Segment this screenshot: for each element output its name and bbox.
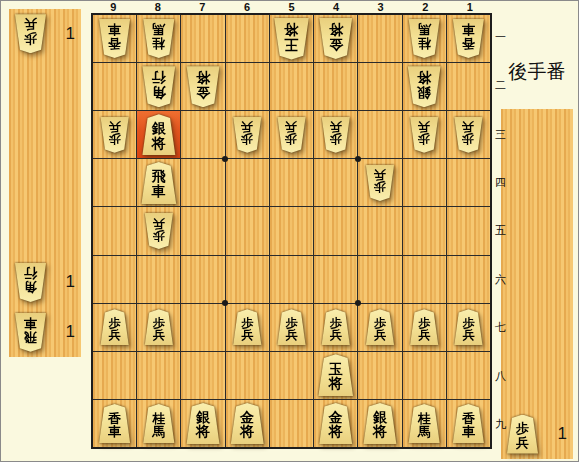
piece-kanji: 歩兵 xyxy=(330,317,342,342)
gote-pawn-piece[interactable]: 歩兵 xyxy=(365,165,395,201)
square-69[interactable]: 金将 xyxy=(226,400,269,447)
sente-pawn-piece[interactable]: 歩兵 xyxy=(144,309,174,345)
piece-kanji: 香車 xyxy=(462,412,475,439)
sente-pawn-piece[interactable]: 歩兵 xyxy=(409,309,439,345)
sente-pawn-piece[interactable]: 歩兵 xyxy=(453,309,483,345)
gote-king-piece[interactable]: 王将 xyxy=(273,18,310,60)
sente-silver-piece[interactable]: 銀将 xyxy=(141,114,176,155)
piece-kanji: 歩兵 xyxy=(418,317,430,342)
gote-pawn-piece[interactable]: 歩兵 xyxy=(409,117,439,153)
square-55[interactable] xyxy=(270,207,313,254)
square-67[interactable]: 歩兵 xyxy=(226,304,269,351)
rank-label-7: 七 xyxy=(493,304,508,352)
rank-labels: 一二三四五六七八九 xyxy=(493,13,508,449)
square-32[interactable] xyxy=(358,63,401,110)
square-25[interactable] xyxy=(403,207,446,254)
gote-rook-piece[interactable]: 飛車 xyxy=(14,313,47,352)
hand-slot xyxy=(501,109,573,159)
square-81[interactable]: 桂馬 xyxy=(137,15,180,62)
sente-lance-piece[interactable]: 香車 xyxy=(98,404,131,443)
square-75[interactable] xyxy=(181,207,224,254)
square-82[interactable]: 角行 xyxy=(137,63,180,110)
star-point xyxy=(222,300,228,306)
rank-label-9: 九 xyxy=(493,401,508,449)
piece-kanji: 銀将 xyxy=(196,411,210,440)
rank-label-5: 五 xyxy=(493,207,508,255)
gote-hand-tray: 歩兵1角行1飛車1 xyxy=(9,9,81,357)
star-point xyxy=(355,156,361,162)
piece-kanji: 歩兵 xyxy=(374,168,386,193)
square-49[interactable]: 金将 xyxy=(314,400,357,447)
square-64[interactable] xyxy=(226,159,269,206)
piece-kanji: 歩兵 xyxy=(516,422,529,449)
sente-lance-piece[interactable]: 香車 xyxy=(452,404,485,443)
sente-gold-piece[interactable]: 金将 xyxy=(230,403,265,444)
piece-kanji: 歩兵 xyxy=(462,317,474,342)
sente-pawn-piece[interactable]: 歩兵 xyxy=(232,309,262,345)
square-11[interactable]: 香車 xyxy=(447,15,490,62)
piece-kanji: 銀将 xyxy=(417,70,431,99)
square-97[interactable]: 歩兵 xyxy=(93,304,136,351)
square-65[interactable] xyxy=(226,207,269,254)
sente-pawn-piece[interactable]: 歩兵 xyxy=(276,309,306,345)
square-45[interactable] xyxy=(314,207,357,254)
square-87[interactable]: 歩兵 xyxy=(137,304,180,351)
square-47[interactable]: 歩兵 xyxy=(314,304,357,351)
square-92[interactable] xyxy=(93,63,136,110)
piece-kanji: 玉将 xyxy=(329,363,343,392)
square-37[interactable]: 歩兵 xyxy=(358,304,401,351)
piece-kanji: 歩兵 xyxy=(24,18,37,45)
gote-pawn-piece[interactable]: 歩兵 xyxy=(453,117,483,153)
square-89[interactable]: 桂馬 xyxy=(137,400,180,447)
sente-pawn-piece[interactable]: 歩兵 xyxy=(321,309,351,345)
square-35[interactable] xyxy=(358,207,401,254)
board-grid: 香車桂馬王将金将桂馬香車角行金将銀将歩兵銀将歩兵歩兵歩兵歩兵歩兵飛車歩兵歩兵歩兵… xyxy=(91,13,492,449)
gote-silver-piece[interactable]: 銀将 xyxy=(407,66,442,107)
gote-gold-piece[interactable]: 金将 xyxy=(318,18,353,59)
square-19[interactable]: 香車 xyxy=(447,400,490,447)
sente-knight-piece[interactable]: 桂馬 xyxy=(408,404,441,443)
square-16[interactable] xyxy=(447,256,490,303)
square-94[interactable] xyxy=(93,159,136,206)
square-58[interactable] xyxy=(270,352,313,399)
square-56[interactable] xyxy=(270,256,313,303)
hand-slot xyxy=(501,309,573,359)
square-85[interactable]: 歩兵 xyxy=(137,207,180,254)
square-39[interactable]: 銀将 xyxy=(358,400,401,447)
hand-slot: 歩兵1 xyxy=(9,9,81,59)
square-53[interactable]: 歩兵 xyxy=(270,111,313,158)
rank-label-1: 一 xyxy=(493,13,508,61)
piece-kanji: 金将 xyxy=(329,411,343,440)
file-label-5: 5 xyxy=(269,1,314,13)
square-34[interactable]: 歩兵 xyxy=(358,159,401,206)
file-label-6: 6 xyxy=(225,1,270,13)
piece-kanji: 香車 xyxy=(108,412,121,439)
file-label-7: 7 xyxy=(180,1,225,13)
square-24[interactable] xyxy=(403,159,446,206)
square-17[interactable]: 歩兵 xyxy=(447,304,490,351)
gote-pawn-piece[interactable]: 歩兵 xyxy=(232,117,262,153)
hand-slot xyxy=(9,208,81,258)
square-66[interactable] xyxy=(226,256,269,303)
board: 香車桂馬王将金将桂馬香車角行金将銀将歩兵銀将歩兵歩兵歩兵歩兵歩兵飛車歩兵歩兵歩兵… xyxy=(91,13,492,449)
file-label-2: 2 xyxy=(403,1,448,13)
hand-slot xyxy=(9,59,81,109)
square-18[interactable] xyxy=(447,352,490,399)
square-88[interactable] xyxy=(137,352,180,399)
square-44[interactable] xyxy=(314,159,357,206)
square-14[interactable] xyxy=(447,159,490,206)
piece-kanji: 桂馬 xyxy=(152,23,165,50)
square-79[interactable]: 銀将 xyxy=(181,400,224,447)
square-36[interactable] xyxy=(358,256,401,303)
rank-label-2: 二 xyxy=(493,61,508,109)
piece-kanji: 歩兵 xyxy=(462,120,474,145)
rank-label-3: 三 xyxy=(493,110,508,158)
piece-kanji: 歩兵 xyxy=(330,120,342,145)
square-86[interactable] xyxy=(137,256,180,303)
square-91[interactable]: 香車 xyxy=(93,15,136,62)
piece-kanji: 銀将 xyxy=(373,411,387,440)
square-42[interactable] xyxy=(314,63,357,110)
square-46[interactable] xyxy=(314,256,357,303)
piece-kanji: 歩兵 xyxy=(241,317,253,342)
hand-slot xyxy=(501,259,573,309)
square-27[interactable]: 歩兵 xyxy=(403,304,446,351)
hand-count: 1 xyxy=(66,24,75,44)
gote-gold-piece[interactable]: 金将 xyxy=(186,66,221,107)
sente-knight-piece[interactable]: 桂馬 xyxy=(142,404,175,443)
hand-slot xyxy=(9,158,81,208)
hand-slot: 歩兵1 xyxy=(501,409,573,459)
gote-pawn-piece[interactable]: 歩兵 xyxy=(100,117,130,153)
gote-lance-piece[interactable]: 香車 xyxy=(452,19,485,58)
gote-pawn-piece[interactable]: 歩兵 xyxy=(276,117,306,153)
hand-slot xyxy=(501,359,573,409)
piece-kanji: 香車 xyxy=(462,23,475,50)
hand-slot: 飛車1 xyxy=(9,307,81,357)
hand-count: 1 xyxy=(66,322,75,342)
piece-kanji: 歩兵 xyxy=(109,317,121,342)
piece-kanji: 歩兵 xyxy=(374,317,386,342)
file-label-8: 8 xyxy=(136,1,181,13)
square-33[interactable] xyxy=(358,111,401,158)
square-77[interactable] xyxy=(181,304,224,351)
rank-label-4: 四 xyxy=(493,158,508,206)
square-15[interactable] xyxy=(447,207,490,254)
file-labels: 987654321 xyxy=(91,1,492,13)
square-22[interactable]: 銀将 xyxy=(403,63,446,110)
star-point xyxy=(355,300,361,306)
file-label-1: 1 xyxy=(448,1,493,13)
square-38[interactable] xyxy=(358,352,401,399)
square-73[interactable] xyxy=(181,111,224,158)
gote-knight-piece[interactable]: 桂馬 xyxy=(142,19,175,58)
piece-kanji: 金将 xyxy=(240,411,254,440)
hand-slot xyxy=(501,209,573,259)
square-61[interactable] xyxy=(226,15,269,62)
hand-count: 1 xyxy=(66,272,75,292)
square-95[interactable] xyxy=(93,207,136,254)
piece-kanji: 王将 xyxy=(284,22,298,51)
square-63[interactable]: 歩兵 xyxy=(226,111,269,158)
square-13[interactable]: 歩兵 xyxy=(447,111,490,158)
gote-bishop-piece[interactable]: 角行 xyxy=(141,66,176,107)
file-label-4: 4 xyxy=(314,1,359,13)
piece-kanji: 飛車 xyxy=(24,317,37,344)
hand-slot xyxy=(9,108,81,158)
square-99[interactable]: 香車 xyxy=(93,400,136,447)
square-62[interactable] xyxy=(226,63,269,110)
piece-kanji: 金将 xyxy=(196,70,210,99)
square-74[interactable] xyxy=(181,159,224,206)
turn-indicator: 後手番 xyxy=(497,59,577,85)
piece-kanji: 桂馬 xyxy=(418,23,431,50)
rank-label-6: 六 xyxy=(493,255,508,303)
piece-kanji: 桂馬 xyxy=(152,412,165,439)
gote-bishop-piece[interactable]: 角行 xyxy=(14,263,47,302)
sente-pawn-piece[interactable]: 歩兵 xyxy=(365,309,395,345)
piece-kanji: 歩兵 xyxy=(153,317,165,342)
square-59[interactable] xyxy=(270,400,313,447)
square-54[interactable] xyxy=(270,159,313,206)
piece-kanji: 桂馬 xyxy=(418,412,431,439)
square-23[interactable]: 歩兵 xyxy=(403,111,446,158)
file-label-3: 3 xyxy=(358,1,403,13)
square-51[interactable]: 王将 xyxy=(270,15,313,62)
piece-kanji: 角行 xyxy=(24,267,37,294)
rank-label-8: 八 xyxy=(493,352,508,400)
square-76[interactable] xyxy=(181,256,224,303)
square-84[interactable]: 飛車 xyxy=(137,159,180,206)
square-93[interactable]: 歩兵 xyxy=(93,111,136,158)
shogi-app: 歩兵1角行1飛車1 後手番 歩兵1 987654321 一二三四五六七八九 香車… xyxy=(0,0,579,462)
sente-rook-piece[interactable]: 飛車 xyxy=(140,162,177,204)
sente-silver-piece[interactable]: 銀将 xyxy=(362,403,397,444)
square-31[interactable] xyxy=(358,15,401,62)
square-21[interactable]: 桂馬 xyxy=(403,15,446,62)
square-96[interactable] xyxy=(93,256,136,303)
piece-kanji: 歩兵 xyxy=(109,120,121,145)
square-83[interactable]: 銀将 xyxy=(137,111,180,158)
piece-kanji: 金将 xyxy=(329,22,343,51)
hand-count: 1 xyxy=(558,424,567,444)
gote-pawn-piece[interactable]: 歩兵 xyxy=(14,14,47,53)
square-68[interactable] xyxy=(226,352,269,399)
piece-kanji: 飛車 xyxy=(152,170,166,199)
piece-kanji: 角行 xyxy=(152,70,166,99)
square-78[interactable] xyxy=(181,352,224,399)
square-71[interactable] xyxy=(181,15,224,62)
square-43[interactable]: 歩兵 xyxy=(314,111,357,158)
piece-kanji: 歩兵 xyxy=(418,120,430,145)
piece-kanji: 歩兵 xyxy=(285,120,297,145)
sente-pawn-piece[interactable]: 歩兵 xyxy=(506,415,539,454)
gote-knight-piece[interactable]: 桂馬 xyxy=(408,19,441,58)
sente-silver-piece[interactable]: 銀将 xyxy=(186,403,221,444)
square-57[interactable]: 歩兵 xyxy=(270,304,313,351)
sente-gold-piece[interactable]: 金将 xyxy=(318,403,353,444)
square-29[interactable]: 桂馬 xyxy=(403,400,446,447)
gote-pawn-piece[interactable]: 歩兵 xyxy=(321,117,351,153)
square-98[interactable] xyxy=(93,352,136,399)
file-label-9: 9 xyxy=(91,1,136,13)
star-point xyxy=(222,156,228,162)
gote-lance-piece[interactable]: 香車 xyxy=(98,19,131,58)
sente-pawn-piece[interactable]: 歩兵 xyxy=(100,309,130,345)
square-28[interactable] xyxy=(403,352,446,399)
piece-kanji: 歩兵 xyxy=(285,317,297,342)
hand-slot xyxy=(501,159,573,209)
hand-slot: 角行1 xyxy=(9,258,81,308)
square-72[interactable]: 金将 xyxy=(181,63,224,110)
square-26[interactable] xyxy=(403,256,446,303)
piece-kanji: 歩兵 xyxy=(153,217,165,242)
sente-king-piece[interactable]: 玉将 xyxy=(317,354,354,396)
square-12[interactable] xyxy=(447,63,490,110)
piece-kanji: 香車 xyxy=(108,23,121,50)
square-41[interactable]: 金将 xyxy=(314,15,357,62)
gote-pawn-piece[interactable]: 歩兵 xyxy=(144,213,174,249)
square-52[interactable] xyxy=(270,63,313,110)
piece-kanji: 歩兵 xyxy=(241,120,253,145)
piece-kanji: 銀将 xyxy=(152,122,166,151)
sente-hand-tray: 歩兵1 xyxy=(501,109,573,459)
square-48[interactable]: 玉将 xyxy=(314,352,357,399)
